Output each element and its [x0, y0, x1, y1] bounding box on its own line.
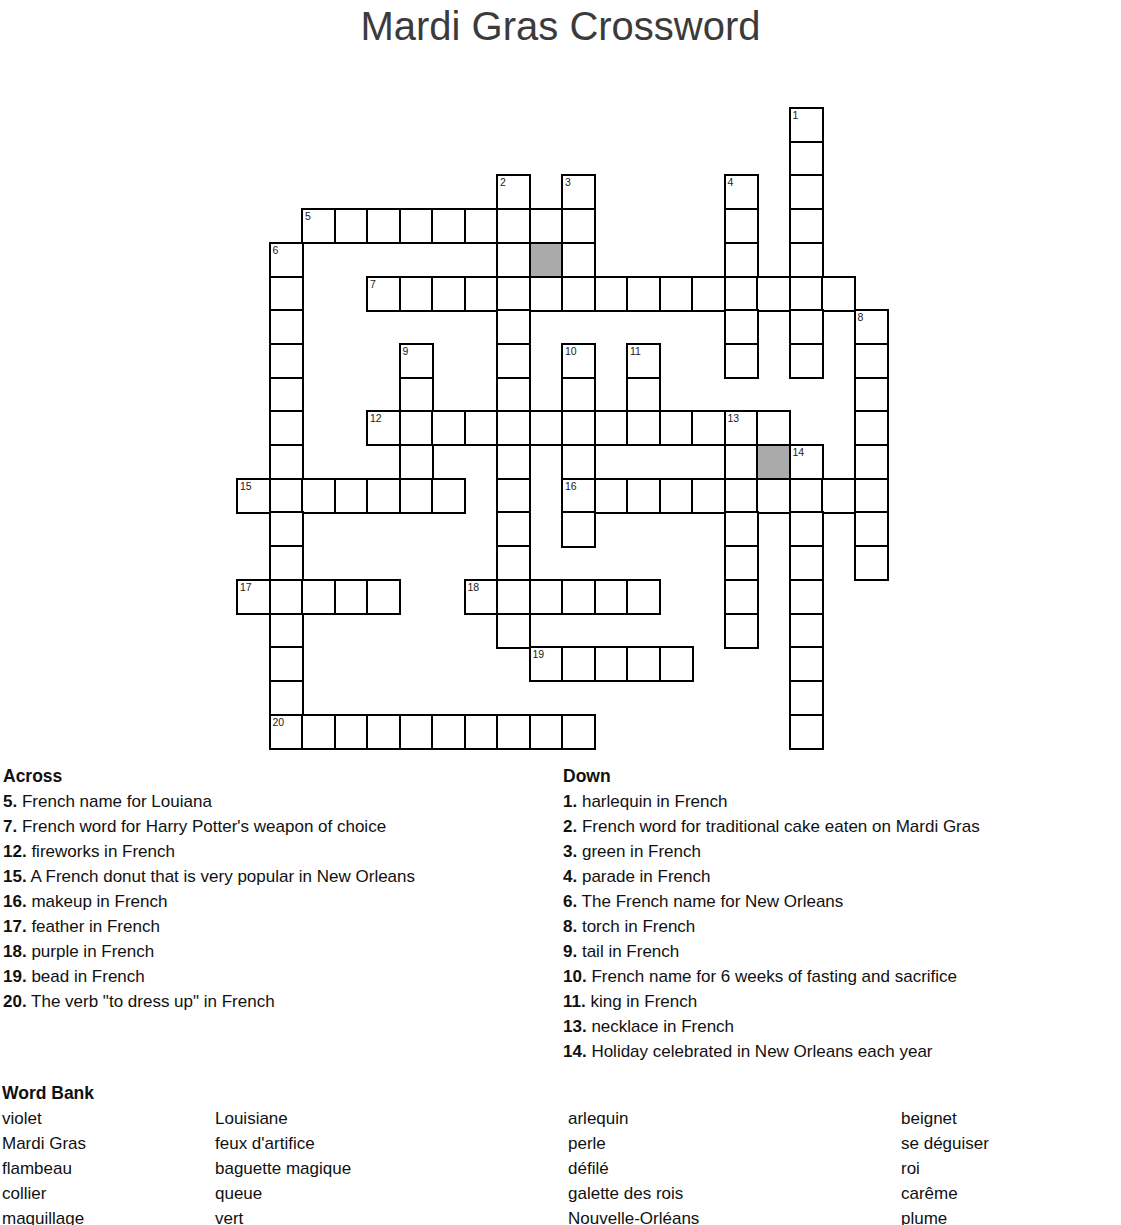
grid-cell[interactable]: [821, 478, 856, 514]
grid-cell[interactable]: [399, 377, 434, 413]
word-bank-word: feux d'artifice: [215, 1131, 351, 1156]
grid-cell[interactable]: [529, 276, 564, 312]
grid-cell[interactable]: [561, 276, 596, 312]
clue-number-label: 2.: [563, 817, 577, 836]
grid-cell[interactable]: [496, 545, 531, 581]
cell-clue-number: 12: [370, 412, 382, 424]
grid-cell[interactable]: [496, 511, 531, 547]
grid-cell[interactable]: [399, 276, 434, 312]
grid-cell[interactable]: [431, 276, 466, 312]
grid-cell[interactable]: [269, 343, 304, 379]
clue-item: 14. Holiday celebrated in New Orleans ea…: [563, 1039, 1119, 1064]
grid-cell[interactable]: [561, 511, 596, 547]
grid-cell[interactable]: [724, 309, 759, 345]
grid-cell[interactable]: [659, 410, 694, 446]
grid-cell[interactable]: [496, 242, 531, 278]
grid-cell[interactable]: [301, 714, 336, 750]
grid-cell[interactable]: [789, 276, 824, 312]
word-bank-word: beignet: [901, 1106, 989, 1131]
grid-cell[interactable]: 9: [399, 343, 434, 379]
grid-cell[interactable]: 14: [789, 444, 824, 480]
grid-cell[interactable]: [464, 410, 499, 446]
grid-cell[interactable]: [854, 377, 889, 413]
down-clue-list: 1. harlequin in French2. French word for…: [563, 789, 1119, 1064]
across-header: Across: [3, 764, 559, 789]
grid-cell[interactable]: [724, 208, 759, 244]
grid-cell[interactable]: [399, 208, 434, 244]
clue-item: 7. French word for Harry Potter's weapon…: [3, 814, 559, 839]
grid-cell[interactable]: [659, 478, 694, 514]
grid-cell[interactable]: [659, 276, 694, 312]
clue-number-label: 10.: [563, 967, 587, 986]
word-bank-column: violetMardi Grasflambeaucolliermaquillag…: [2, 1106, 86, 1225]
grid-cell[interactable]: [789, 478, 824, 514]
word-bank-word: arlequin: [568, 1106, 699, 1131]
grid-cell[interactable]: 7: [366, 276, 401, 312]
clue-number-label: 1.: [563, 792, 577, 811]
grid-cell[interactable]: [366, 714, 401, 750]
grid-cell[interactable]: [789, 680, 824, 716]
grid-cell[interactable]: 5: [301, 208, 336, 244]
cell-clue-number: 7: [370, 278, 376, 290]
grid-cell[interactable]: [594, 478, 629, 514]
grid-cell[interactable]: [464, 208, 499, 244]
cell-clue-number: 8: [858, 311, 864, 323]
grid-cell[interactable]: [789, 511, 824, 547]
word-bank-word: collier: [2, 1181, 86, 1206]
word-bank-word: violet: [2, 1106, 86, 1131]
grid-cell[interactable]: 3: [561, 174, 596, 210]
grid-cell[interactable]: [854, 444, 889, 480]
grid-cell[interactable]: 20: [269, 714, 304, 750]
grid-cell[interactable]: 15: [236, 478, 271, 514]
grid-cell[interactable]: [529, 579, 564, 615]
cell-clue-number: 11: [630, 345, 641, 357]
grid-cell[interactable]: [301, 579, 336, 615]
across-clues-section: Across 5. French name for Louiana7. Fren…: [3, 764, 559, 1014]
grid-cell-gray: [529, 242, 564, 278]
clue-item: 10. French name for 6 weeks of fasting a…: [563, 964, 1119, 989]
grid-cell[interactable]: 18: [464, 579, 499, 615]
word-bank-word: plume: [901, 1206, 989, 1225]
grid-cell[interactable]: [789, 343, 824, 379]
clue-item: 15. A French donut that is very popular …: [3, 864, 559, 889]
grid-cell[interactable]: [756, 410, 791, 446]
grid-cell[interactable]: [399, 410, 434, 446]
word-bank-word: maquillage: [2, 1206, 86, 1225]
cell-clue-number: 15: [240, 480, 252, 492]
grid-cell[interactable]: [464, 276, 499, 312]
grid-cell[interactable]: [496, 714, 531, 750]
grid-cell[interactable]: [366, 478, 401, 514]
grid-cell-gray: [756, 444, 791, 480]
grid-cell[interactable]: [691, 478, 726, 514]
grid-cell[interactable]: [789, 141, 824, 177]
cell-clue-number: 13: [728, 412, 740, 424]
word-bank-column: beignetse déguiserroicarêmeplume: [901, 1106, 989, 1225]
word-bank-word: défilé: [568, 1156, 699, 1181]
grid-cell[interactable]: [301, 478, 336, 514]
clue-text: French name for Louiana: [22, 792, 212, 811]
grid-cell[interactable]: [431, 410, 466, 446]
grid-cell[interactable]: [269, 444, 304, 480]
clue-item: 18. purple in French: [3, 939, 559, 964]
word-bank-section: Word Bank violetMardi Grasflambeaucollie…: [2, 1081, 1121, 1225]
clue-number-label: 18.: [3, 942, 27, 961]
crossword-grid: 1234567891011121314151617181920: [236, 107, 891, 752]
grid-cell[interactable]: [334, 714, 369, 750]
clue-number-label: 14.: [563, 1042, 587, 1061]
cell-clue-number: 1: [793, 109, 799, 121]
grid-cell[interactable]: [561, 377, 596, 413]
grid-cell[interactable]: [756, 478, 791, 514]
grid-cell[interactable]: [464, 714, 499, 750]
grid-cell[interactable]: [269, 680, 304, 716]
grid-cell[interactable]: [561, 242, 596, 278]
grid-cell[interactable]: [626, 410, 661, 446]
grid-cell[interactable]: [724, 276, 759, 312]
grid-cell[interactable]: [529, 714, 564, 750]
grid-cell[interactable]: [854, 545, 889, 581]
word-bank-word: queue: [215, 1181, 351, 1206]
word-bank-word: Mardi Gras: [2, 1131, 86, 1156]
grid-cell[interactable]: [691, 410, 726, 446]
grid-cell[interactable]: [496, 208, 531, 244]
cell-clue-number: 20: [273, 716, 285, 728]
grid-cell[interactable]: [496, 579, 531, 615]
clue-text: purple in French: [31, 942, 154, 961]
clue-item: 16. makeup in French: [3, 889, 559, 914]
cell-clue-number: 14: [793, 446, 805, 458]
clue-item: 2. French word for traditional cake eate…: [563, 814, 1119, 839]
grid-cell[interactable]: [431, 714, 466, 750]
grid-cell[interactable]: [691, 276, 726, 312]
grid-cell[interactable]: [366, 208, 401, 244]
cell-clue-number: 5: [305, 210, 311, 222]
grid-cell[interactable]: [561, 444, 596, 480]
grid-cell[interactable]: [626, 646, 661, 682]
grid-cell[interactable]: [496, 478, 531, 514]
clue-text: The verb "to dress up" in French: [31, 992, 275, 1011]
word-bank-word: vert: [215, 1206, 351, 1225]
word-bank-word: carême: [901, 1181, 989, 1206]
cell-clue-number: 6: [273, 244, 279, 256]
grid-cell[interactable]: [269, 579, 304, 615]
clue-text: French name for 6 weeks of fasting and s…: [591, 967, 957, 986]
grid-cell[interactable]: 12: [366, 410, 401, 446]
word-bank-word: Louisiane: [215, 1106, 351, 1131]
clue-number-label: 12.: [3, 842, 27, 861]
grid-cell[interactable]: [496, 377, 531, 413]
word-bank-column: arlequinperledéfilégalette des roisNouve…: [568, 1106, 699, 1225]
word-bank-word: flambeau: [2, 1156, 86, 1181]
grid-cell[interactable]: [724, 511, 759, 547]
grid-cell[interactable]: [399, 478, 434, 514]
clue-text: French word for traditional cake eaten o…: [582, 817, 980, 836]
grid-cell[interactable]: [789, 208, 824, 244]
clue-number-label: 9.: [563, 942, 577, 961]
grid-cell[interactable]: [724, 444, 759, 480]
clue-text: A French donut that is very popular in N…: [30, 867, 415, 886]
grid-cell[interactable]: [561, 714, 596, 750]
grid-cell[interactable]: 8: [854, 309, 889, 345]
grid-cell[interactable]: [431, 478, 466, 514]
grid-cell[interactable]: 19: [529, 646, 564, 682]
grid-cell[interactable]: [594, 410, 629, 446]
grid-cell[interactable]: [626, 579, 661, 615]
grid-cell[interactable]: [496, 343, 531, 379]
clue-text: king in French: [590, 992, 697, 1011]
grid-cell[interactable]: [724, 242, 759, 278]
grid-cell[interactable]: [854, 511, 889, 547]
clue-text: harlequin in French: [582, 792, 728, 811]
grid-cell[interactable]: [789, 174, 824, 210]
clue-item: 11. king in French: [563, 989, 1119, 1014]
grid-cell[interactable]: 6: [269, 242, 304, 278]
clue-number-label: 17.: [3, 917, 27, 936]
grid-cell[interactable]: [269, 410, 304, 446]
grid-cell[interactable]: [724, 579, 759, 615]
clue-text: feather in French: [31, 917, 160, 936]
clue-item: 12. fireworks in French: [3, 839, 559, 864]
grid-cell[interactable]: [561, 579, 596, 615]
grid-cell[interactable]: [366, 579, 401, 615]
clue-item: 20. The verb "to dress up" in French: [3, 989, 559, 1014]
grid-cell[interactable]: [626, 377, 661, 413]
clue-number-label: 13.: [563, 1017, 587, 1036]
clue-item: 4. parade in French: [563, 864, 1119, 889]
grid-cell[interactable]: [269, 646, 304, 682]
grid-cell[interactable]: 13: [724, 410, 759, 446]
grid-cell[interactable]: [854, 343, 889, 379]
grid-cell[interactable]: [334, 579, 369, 615]
clue-item: 19. bead in French: [3, 964, 559, 989]
word-bank-word: roi: [901, 1156, 989, 1181]
grid-cell[interactable]: 17: [236, 579, 271, 615]
clue-text: tail in French: [582, 942, 679, 961]
cell-clue-number: 2: [500, 176, 506, 188]
down-clues-section: Down 1. harlequin in French2. French wor…: [563, 764, 1119, 1064]
grid-cell[interactable]: [269, 478, 304, 514]
grid-cell[interactable]: [821, 276, 856, 312]
clue-item: 13. necklace in French: [563, 1014, 1119, 1039]
grid-cell[interactable]: [854, 410, 889, 446]
grid-cell[interactable]: [399, 714, 434, 750]
word-bank-word: perle: [568, 1131, 699, 1156]
grid-cell[interactable]: [594, 579, 629, 615]
clue-number-label: 6.: [563, 892, 577, 911]
clue-item: 1. harlequin in French: [563, 789, 1119, 814]
grid-cell[interactable]: [561, 646, 596, 682]
grid-cell[interactable]: [789, 545, 824, 581]
word-bank-column: Louisianefeux d'artificebaguette magique…: [215, 1106, 351, 1225]
grid-cell[interactable]: 16: [561, 478, 596, 514]
clue-number-label: 8.: [563, 917, 577, 936]
grid-cell[interactable]: [626, 478, 661, 514]
grid-cell[interactable]: [724, 545, 759, 581]
grid-cell[interactable]: [724, 613, 759, 649]
grid-cell[interactable]: [269, 377, 304, 413]
cell-clue-number: 9: [403, 345, 409, 357]
grid-cell[interactable]: [561, 410, 596, 446]
grid-cell[interactable]: [789, 309, 824, 345]
grid-cell[interactable]: [626, 276, 661, 312]
grid-cell[interactable]: 2: [496, 174, 531, 210]
clue-text: French word for Harry Potter's weapon of…: [22, 817, 386, 836]
word-bank-header: Word Bank: [2, 1081, 1121, 1106]
grid-cell[interactable]: [269, 276, 304, 312]
grid-cell[interactable]: [431, 208, 466, 244]
cell-clue-number: 18: [468, 581, 480, 593]
clue-text: Holiday celebrated in New Orleans each y…: [591, 1042, 932, 1061]
grid-cell[interactable]: 4: [724, 174, 759, 210]
grid-cell[interactable]: [496, 276, 531, 312]
clue-number-label: 20.: [3, 992, 27, 1011]
clue-text: green in French: [582, 842, 701, 861]
cell-clue-number: 10: [565, 345, 577, 357]
clue-item: 9. tail in French: [563, 939, 1119, 964]
grid-cell[interactable]: 11: [626, 343, 661, 379]
down-header: Down: [563, 764, 1119, 789]
grid-cell[interactable]: [269, 511, 304, 547]
cell-clue-number: 19: [533, 648, 545, 660]
clue-item: 8. torch in French: [563, 914, 1119, 939]
grid-cell[interactable]: [659, 646, 694, 682]
word-bank-word: Nouvelle-Orléans: [568, 1206, 699, 1225]
cell-clue-number: 17: [240, 581, 252, 593]
clue-number-label: 19.: [3, 967, 27, 986]
grid-cell[interactable]: [334, 478, 369, 514]
grid-cell[interactable]: 1: [789, 107, 824, 143]
word-bank-word: baguette magique: [215, 1156, 351, 1181]
grid-cell[interactable]: [789, 242, 824, 278]
grid-cell[interactable]: [756, 276, 791, 312]
grid-cell[interactable]: [724, 343, 759, 379]
clue-text: necklace in French: [591, 1017, 734, 1036]
grid-cell[interactable]: [334, 208, 369, 244]
page-title: Mardi Gras Crossword: [0, 0, 1121, 52]
clue-text: makeup in French: [31, 892, 167, 911]
grid-cell[interactable]: [789, 646, 824, 682]
cell-clue-number: 4: [728, 176, 734, 188]
grid-cell[interactable]: [496, 309, 531, 345]
clue-number-label: 5.: [3, 792, 17, 811]
grid-cell[interactable]: [529, 410, 564, 446]
clue-text: The French name for New Orleans: [582, 892, 844, 911]
clue-number-label: 11.: [563, 992, 586, 1011]
grid-cell[interactable]: [529, 208, 564, 244]
clue-number-label: 7.: [3, 817, 17, 836]
grid-cell[interactable]: [594, 276, 629, 312]
grid-cell[interactable]: [496, 410, 531, 446]
clue-item: 17. feather in French: [3, 914, 559, 939]
grid-cell[interactable]: [594, 646, 629, 682]
grid-cell[interactable]: [854, 478, 889, 514]
grid-cell[interactable]: [724, 478, 759, 514]
grid-cell[interactable]: [789, 613, 824, 649]
clue-number-label: 16.: [3, 892, 27, 911]
grid-cell[interactable]: [269, 613, 304, 649]
clue-number-label: 4.: [563, 867, 577, 886]
grid-cell[interactable]: [399, 444, 434, 480]
grid-cell[interactable]: [496, 613, 531, 649]
clue-item: 5. French name for Louiana: [3, 789, 559, 814]
grid-cell[interactable]: [561, 208, 596, 244]
clue-text: bead in French: [31, 967, 144, 986]
across-clue-list: 5. French name for Louiana7. French word…: [3, 789, 559, 1014]
cell-clue-number: 16: [565, 480, 577, 492]
grid-cell[interactable]: [269, 309, 304, 345]
grid-cell[interactable]: 10: [561, 343, 596, 379]
clue-text: parade in French: [582, 867, 711, 886]
word-bank-word: se déguiser: [901, 1131, 989, 1156]
grid-cell[interactable]: [789, 579, 824, 615]
word-bank-word: galette des rois: [568, 1181, 699, 1206]
grid-cell[interactable]: [496, 444, 531, 480]
clue-number-label: 15.: [3, 867, 27, 886]
clue-item: 6. The French name for New Orleans: [563, 889, 1119, 914]
grid-cell[interactable]: [789, 714, 824, 750]
clue-number-label: 3.: [563, 842, 577, 861]
cell-clue-number: 3: [565, 176, 571, 188]
clue-text: torch in French: [582, 917, 695, 936]
clue-item: 3. green in French: [563, 839, 1119, 864]
grid-cell[interactable]: [269, 545, 304, 581]
clue-text: fireworks in French: [31, 842, 175, 861]
